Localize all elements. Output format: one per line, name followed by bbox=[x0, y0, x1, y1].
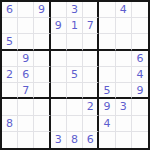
clue-digit: 6 bbox=[6, 4, 13, 15]
cell-r1c8[interactable]: 4 bbox=[116, 2, 132, 18]
cell-r5c7[interactable] bbox=[99, 67, 115, 83]
cell-r3c4[interactable] bbox=[51, 34, 67, 50]
cell-r7c4[interactable] bbox=[51, 99, 67, 115]
cell-r5c8[interactable] bbox=[116, 67, 132, 83]
cell-r4c1[interactable] bbox=[2, 51, 18, 67]
cell-r2c2[interactable] bbox=[18, 18, 34, 34]
cell-r1c6[interactable] bbox=[83, 2, 99, 18]
cell-r5c6[interactable] bbox=[83, 67, 99, 83]
cell-r2c3[interactable] bbox=[34, 18, 50, 34]
clue-digit: 6 bbox=[136, 52, 143, 63]
cell-r1c3[interactable]: 9 bbox=[34, 2, 50, 18]
clue-digit: 9 bbox=[38, 4, 45, 15]
cell-r6c6[interactable] bbox=[83, 83, 99, 99]
cell-r2c1[interactable] bbox=[2, 18, 18, 34]
cell-r7c9[interactable] bbox=[132, 99, 148, 115]
cell-r9c3[interactable] bbox=[34, 132, 50, 148]
cell-r2c6[interactable]: 7 bbox=[83, 18, 99, 34]
clue-digit: 9 bbox=[136, 84, 143, 95]
cell-r9c4[interactable]: 3 bbox=[51, 132, 67, 148]
cell-r3c9[interactable] bbox=[132, 34, 148, 50]
cell-r7c6[interactable]: 2 bbox=[83, 99, 99, 115]
cell-r8c9[interactable] bbox=[132, 116, 148, 132]
cell-r9c8[interactable] bbox=[116, 132, 132, 148]
clue-digit: 3 bbox=[120, 101, 127, 112]
cell-r8c2[interactable] bbox=[18, 116, 34, 132]
cell-r3c3[interactable] bbox=[34, 34, 50, 50]
cell-r6c1[interactable] bbox=[2, 83, 18, 99]
cell-r8c6[interactable] bbox=[83, 116, 99, 132]
cell-r3c8[interactable] bbox=[116, 34, 132, 50]
cell-r2c8[interactable] bbox=[116, 18, 132, 34]
clue-digit: 7 bbox=[22, 84, 29, 95]
cell-r9c1[interactable] bbox=[2, 132, 18, 148]
cell-r3c2[interactable] bbox=[18, 34, 34, 50]
cell-r1c9[interactable] bbox=[132, 2, 148, 18]
cell-r9c2[interactable] bbox=[18, 132, 34, 148]
cell-r7c5[interactable] bbox=[67, 99, 83, 115]
cell-r3c5[interactable] bbox=[67, 34, 83, 50]
cell-r5c4[interactable] bbox=[51, 67, 67, 83]
cell-r8c5[interactable] bbox=[67, 116, 83, 132]
clue-digit: 4 bbox=[103, 117, 110, 128]
cell-r4c6[interactable] bbox=[83, 51, 99, 67]
cell-r8c7[interactable]: 4 bbox=[99, 116, 115, 132]
clue-digit: 6 bbox=[87, 134, 94, 145]
clue-digit: 2 bbox=[6, 68, 13, 79]
cell-r6c5[interactable] bbox=[67, 83, 83, 99]
cell-r6c3[interactable] bbox=[34, 83, 50, 99]
cell-r6c4[interactable] bbox=[51, 83, 67, 99]
cell-r2c5[interactable]: 1 bbox=[67, 18, 83, 34]
cell-r4c9[interactable]: 6 bbox=[132, 51, 148, 67]
clue-digit: 7 bbox=[87, 20, 94, 31]
clue-digit: 9 bbox=[55, 20, 62, 31]
cell-r1c7[interactable] bbox=[99, 2, 115, 18]
clue-digit: 5 bbox=[6, 36, 13, 47]
clue-digit: 8 bbox=[71, 134, 78, 145]
cell-r9c5[interactable]: 8 bbox=[67, 132, 83, 148]
cell-r4c8[interactable] bbox=[116, 51, 132, 67]
cell-r7c2[interactable] bbox=[18, 99, 34, 115]
cell-r5c1[interactable]: 2 bbox=[2, 67, 18, 83]
cell-r8c1[interactable]: 8 bbox=[2, 116, 18, 132]
clue-digit: 8 bbox=[6, 117, 13, 128]
cell-r7c1[interactable] bbox=[2, 99, 18, 115]
clue-digit: 3 bbox=[71, 4, 78, 15]
cell-r2c7[interactable] bbox=[99, 18, 115, 34]
cell-r9c9[interactable] bbox=[132, 132, 148, 148]
cell-r4c5[interactable] bbox=[67, 51, 83, 67]
clue-digit: 3 bbox=[55, 134, 62, 145]
cell-r1c4[interactable] bbox=[51, 2, 67, 18]
cell-r8c4[interactable] bbox=[51, 116, 67, 132]
cell-r5c3[interactable] bbox=[34, 67, 50, 83]
cell-r4c2[interactable]: 9 bbox=[18, 51, 34, 67]
clue-digit: 6 bbox=[22, 68, 29, 79]
cell-r4c3[interactable] bbox=[34, 51, 50, 67]
cell-r4c7[interactable] bbox=[99, 51, 115, 67]
clue-digit: 1 bbox=[71, 20, 78, 31]
cell-r2c9[interactable] bbox=[132, 18, 148, 34]
clue-digit: 4 bbox=[120, 4, 127, 15]
cell-r6c7[interactable]: 5 bbox=[99, 83, 115, 99]
cell-r7c3[interactable] bbox=[34, 99, 50, 115]
cell-r1c2[interactable] bbox=[18, 2, 34, 18]
cell-r6c2[interactable]: 7 bbox=[18, 83, 34, 99]
cell-r6c9[interactable]: 9 bbox=[132, 83, 148, 99]
cell-r3c6[interactable] bbox=[83, 34, 99, 50]
cell-r9c7[interactable] bbox=[99, 132, 115, 148]
sudoku-board: 6934917596265475929384386 bbox=[0, 0, 150, 150]
cell-r7c8[interactable]: 3 bbox=[116, 99, 132, 115]
clue-digit: 4 bbox=[136, 68, 143, 79]
cell-r3c1[interactable]: 5 bbox=[2, 34, 18, 50]
cell-r1c5[interactable]: 3 bbox=[67, 2, 83, 18]
clue-digit: 2 bbox=[87, 101, 94, 112]
cell-r1c1[interactable]: 6 bbox=[2, 2, 18, 18]
cell-r6c8[interactable] bbox=[116, 83, 132, 99]
cell-r8c8[interactable] bbox=[116, 116, 132, 132]
clue-digit: 5 bbox=[103, 84, 110, 95]
cell-r4c4[interactable] bbox=[51, 51, 67, 67]
cell-r5c9[interactable]: 4 bbox=[132, 67, 148, 83]
cell-r3c7[interactable] bbox=[99, 34, 115, 50]
clue-digit: 5 bbox=[71, 68, 78, 79]
cell-r5c2[interactable]: 6 bbox=[18, 67, 34, 83]
cell-r8c3[interactable] bbox=[34, 116, 50, 132]
cell-r5c5[interactable]: 5 bbox=[67, 67, 83, 83]
cell-r2c4[interactable]: 9 bbox=[51, 18, 67, 34]
clue-digit: 9 bbox=[103, 101, 110, 112]
clue-digit: 9 bbox=[22, 52, 29, 63]
cell-r7c7[interactable]: 9 bbox=[99, 99, 115, 115]
cell-r9c6[interactable]: 6 bbox=[83, 132, 99, 148]
